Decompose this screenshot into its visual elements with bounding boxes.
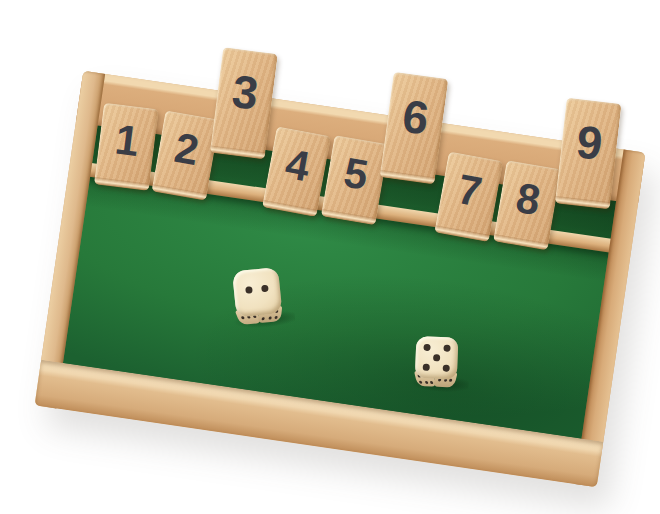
tile-number: 4 (280, 143, 313, 200)
game-box: 123456789 (35, 71, 646, 487)
tile-number: 6 (397, 93, 431, 164)
die-pip (443, 379, 447, 382)
tile-number: 5 (339, 152, 371, 209)
die-pip (424, 381, 428, 384)
tile-number: 7 (452, 168, 485, 225)
tile-number: 3 (227, 68, 261, 139)
tile-number: 8 (511, 177, 543, 234)
die-2[interactable] (415, 336, 459, 380)
die-pip (437, 379, 441, 382)
die-pip (424, 344, 431, 351)
die-pip (268, 316, 271, 319)
die-pip (433, 354, 440, 361)
die-1-top-face (232, 267, 282, 317)
die-pip (442, 364, 449, 371)
die-1[interactable] (232, 267, 282, 317)
tile-number: 9 (572, 118, 605, 188)
die-pip (245, 286, 253, 294)
die-pip (443, 345, 450, 352)
die-2-top-face (415, 336, 459, 380)
die-pip (241, 316, 245, 319)
die-pip (262, 317, 265, 320)
die-pip (246, 316, 250, 319)
die-pip (423, 363, 430, 370)
tile-number: 1 (111, 119, 141, 175)
tile-1[interactable]: 1 (94, 103, 159, 191)
die-pip (419, 380, 423, 383)
die-pip (449, 379, 453, 382)
die-pip (261, 285, 269, 293)
tile-number: 2 (170, 127, 202, 184)
die-pip (274, 316, 277, 319)
shut-the-box-photo: 123456789 (0, 0, 660, 514)
